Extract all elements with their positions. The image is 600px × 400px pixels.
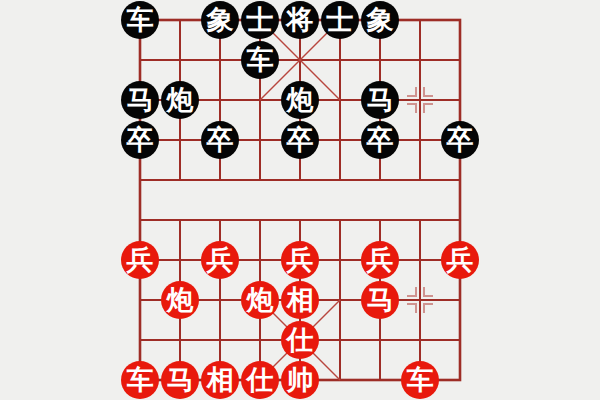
black-advisor-piece[interactable]: 士: [241, 1, 279, 39]
xiangqi-board[interactable]: 车象士将士象车马炮炮马卒卒卒卒卒兵兵兵兵兵炮炮相马仕车马相仕帅车: [0, 0, 600, 400]
black-soldier-piece[interactable]: 卒: [361, 121, 399, 159]
red-soldier-piece[interactable]: 兵: [281, 241, 319, 279]
red-soldier-piece[interactable]: 兵: [121, 241, 159, 279]
black-general-piece[interactable]: 将: [281, 1, 319, 39]
black-advisor-piece[interactable]: 士: [321, 1, 359, 39]
red-horse-piece[interactable]: 马: [361, 281, 399, 319]
black-cannon-piece[interactable]: 炮: [281, 81, 319, 119]
black-horse-piece[interactable]: 马: [361, 81, 399, 119]
red-cannon-piece[interactable]: 炮: [161, 281, 199, 319]
xiangqi-app: 车象士将士象车马炮炮马卒卒卒卒卒兵兵兵兵兵炮炮相马仕车马相仕帅车: [0, 0, 600, 400]
black-horse-piece[interactable]: 马: [121, 81, 159, 119]
black-cannon-piece[interactable]: 炮: [161, 81, 199, 119]
black-chariot-piece[interactable]: 车: [241, 41, 279, 79]
red-advisor-piece[interactable]: 仕: [241, 361, 279, 399]
red-soldier-piece[interactable]: 兵: [201, 241, 239, 279]
red-horse-piece[interactable]: 马: [161, 361, 199, 399]
black-elephant-piece[interactable]: 象: [361, 1, 399, 39]
red-soldier-piece[interactable]: 兵: [441, 241, 479, 279]
black-soldier-piece[interactable]: 卒: [121, 121, 159, 159]
black-soldier-piece[interactable]: 卒: [201, 121, 239, 159]
black-soldier-piece[interactable]: 卒: [281, 121, 319, 159]
black-elephant-piece[interactable]: 象: [201, 1, 239, 39]
red-chariot-piece[interactable]: 车: [401, 361, 439, 399]
piece-layer: 车象士将士象车马炮炮马卒卒卒卒卒兵兵兵兵兵炮炮相马仕车马相仕帅车: [120, 0, 480, 400]
red-elephant-piece[interactable]: 相: [201, 361, 239, 399]
red-chariot-piece[interactable]: 车: [121, 361, 159, 399]
black-chariot-piece[interactable]: 车: [121, 1, 159, 39]
red-general-piece[interactable]: 帅: [281, 361, 319, 399]
red-advisor-piece[interactable]: 仕: [281, 321, 319, 359]
red-soldier-piece[interactable]: 兵: [361, 241, 399, 279]
red-cannon-piece[interactable]: 炮: [241, 281, 279, 319]
red-elephant-piece[interactable]: 相: [281, 281, 319, 319]
black-soldier-piece[interactable]: 卒: [441, 121, 479, 159]
